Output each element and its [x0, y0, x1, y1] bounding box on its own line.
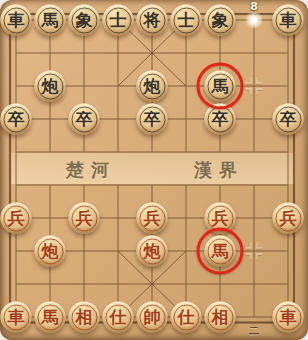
piece-black-chariot[interactable]: 車 [273, 5, 304, 36]
piece-character: 馬 [212, 243, 229, 260]
piece-character: 馬 [42, 309, 59, 326]
piece-red-elephant[interactable]: 相 [205, 302, 236, 333]
piece-character: 士 [178, 12, 195, 29]
piece-black-horse[interactable]: 馬 [35, 5, 66, 36]
piece-character: 相 [212, 309, 229, 326]
piece-red-elephant[interactable]: 相 [69, 302, 100, 333]
piece-character: 兵 [144, 210, 161, 227]
piece-black-soldier[interactable]: 卒 [205, 104, 236, 135]
point-marker [246, 78, 263, 95]
piece-character: 炮 [144, 78, 161, 95]
piece-character: 車 [280, 309, 297, 326]
point-marker-corner [257, 89, 263, 95]
point-marker [246, 243, 263, 260]
piece-character: 卒 [76, 111, 93, 128]
piece-black-elephant[interactable]: 象 [69, 5, 100, 36]
piece-character: 兵 [76, 210, 93, 227]
piece-black-horse[interactable]: 馬 [205, 71, 236, 102]
river-label-left: 楚河 [66, 158, 116, 182]
piece-red-soldier[interactable]: 兵 [137, 203, 168, 234]
piece-character: 車 [280, 12, 297, 29]
piece-black-elephant[interactable]: 象 [205, 5, 236, 36]
piece-red-horse[interactable]: 馬 [205, 236, 236, 267]
piece-character: 卒 [8, 111, 25, 128]
piece-red-soldier[interactable]: 兵 [205, 203, 236, 234]
piece-character: 兵 [212, 210, 229, 227]
piece-character: 卒 [280, 111, 297, 128]
piece-black-soldier[interactable]: 卒 [273, 104, 304, 135]
point-marker-corner [246, 89, 252, 95]
piece-character: 帥 [144, 309, 161, 326]
piece-red-advisor[interactable]: 仕 [171, 302, 202, 333]
piece-black-advisor[interactable]: 士 [171, 5, 202, 36]
piece-character: 相 [76, 309, 93, 326]
point-marker-corner [257, 243, 263, 249]
piece-red-horse[interactable]: 馬 [35, 302, 66, 333]
piece-character: 兵 [8, 210, 25, 227]
piece-character: 卒 [144, 111, 161, 128]
piece-character: 車 [8, 309, 25, 326]
piece-red-soldier[interactable]: 兵 [1, 203, 32, 234]
piece-character: 車 [8, 12, 25, 29]
piece-red-cannon[interactable]: 炮 [35, 236, 66, 267]
piece-character: 炮 [42, 78, 59, 95]
piece-character: 将 [144, 12, 161, 29]
point-marker-corner [246, 243, 252, 249]
piece-black-cannon[interactable]: 炮 [35, 71, 66, 102]
piece-black-general[interactable]: 将 [137, 5, 168, 36]
point-marker-corner [257, 78, 263, 84]
piece-character: 炮 [42, 243, 59, 260]
piece-red-chariot[interactable]: 車 [1, 302, 32, 333]
board-grid-lines [0, 0, 308, 340]
point-marker-corner [257, 254, 263, 260]
piece-character: 士 [110, 12, 127, 29]
piece-character: 炮 [144, 243, 161, 260]
piece-black-chariot[interactable]: 車 [1, 5, 32, 36]
piece-character: 象 [212, 12, 229, 29]
point-marker-corner [246, 254, 252, 260]
move-origin-sparkle [245, 11, 263, 29]
piece-black-soldier[interactable]: 卒 [69, 104, 100, 135]
piece-character: 仕 [110, 309, 127, 326]
piece-black-soldier[interactable]: 卒 [1, 104, 32, 135]
piece-character: 仕 [178, 309, 195, 326]
point-marker-corner [246, 78, 252, 84]
piece-red-advisor[interactable]: 仕 [103, 302, 134, 333]
xiangqi-board: 楚河 漢界 8 二 車馬象士将士象車炮炮馬卒卒卒卒卒兵兵兵兵兵炮炮馬車馬相仕帥仕… [0, 0, 308, 340]
piece-character: 馬 [212, 78, 229, 95]
piece-character: 象 [76, 12, 93, 29]
red-file-2-label: 二 [249, 324, 259, 338]
piece-red-soldier[interactable]: 兵 [273, 203, 304, 234]
piece-character: 卒 [212, 111, 229, 128]
piece-character: 兵 [280, 210, 297, 227]
piece-red-soldier[interactable]: 兵 [69, 203, 100, 234]
piece-black-advisor[interactable]: 士 [103, 5, 134, 36]
piece-red-cannon[interactable]: 炮 [137, 236, 168, 267]
piece-red-chariot[interactable]: 車 [273, 302, 304, 333]
piece-character: 馬 [42, 12, 59, 29]
piece-black-cannon[interactable]: 炮 [137, 71, 168, 102]
river-label-right: 漢界 [194, 158, 244, 182]
piece-black-soldier[interactable]: 卒 [137, 104, 168, 135]
piece-red-general[interactable]: 帥 [137, 302, 168, 333]
